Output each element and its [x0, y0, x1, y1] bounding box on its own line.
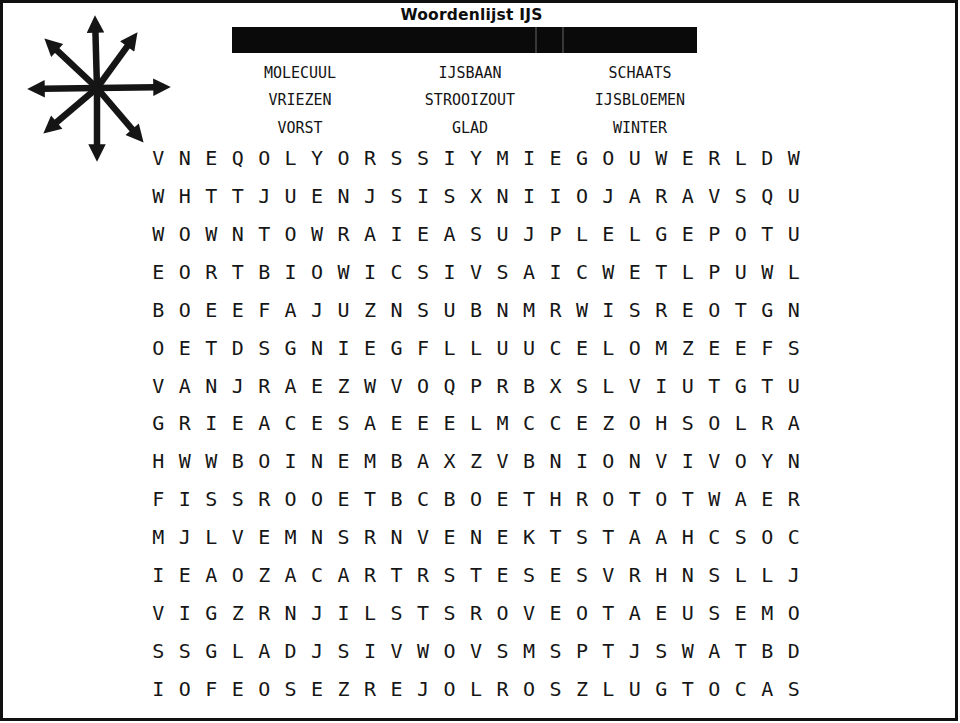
grid-cell: W [754, 253, 780, 291]
grid-cell: W [781, 139, 807, 177]
grid-cell: E [569, 329, 595, 367]
grid-cell: I [171, 594, 197, 632]
grid-cell: V [145, 594, 171, 632]
grid-cell: B [516, 442, 542, 480]
grid-cell: Q [436, 367, 462, 405]
grid-cell: N [781, 442, 807, 480]
grid-cell: R [489, 367, 515, 405]
grid-cell: O [436, 632, 462, 670]
grid-cell: A [648, 518, 674, 556]
grid-cell: T [648, 253, 674, 291]
grid-cell: O [251, 670, 277, 708]
grid-cell: H [542, 480, 568, 518]
grid-cell: S [330, 632, 356, 670]
grid-cell: E [224, 405, 250, 443]
grid-cell: W [357, 367, 383, 405]
grid-cell: C [781, 518, 807, 556]
grid-cell: O [569, 177, 595, 215]
grid-cell: W [410, 632, 436, 670]
grid-cell: N [463, 518, 489, 556]
grid-cell: V [701, 442, 727, 480]
grid-cell: G [728, 367, 754, 405]
grid-cell: V [595, 556, 621, 594]
grid-cell: E [171, 556, 197, 594]
grid-cell: R [489, 670, 515, 708]
grid-cell: R [622, 556, 648, 594]
grid-cell: S [383, 594, 409, 632]
grid-cell: L [463, 329, 489, 367]
grid-cell: S [569, 556, 595, 594]
grid-cell: I [410, 177, 436, 215]
grid-cell: R [648, 291, 674, 329]
grid-cell: E [330, 480, 356, 518]
grid-cell: J [304, 594, 330, 632]
grid-cell: R [357, 518, 383, 556]
grid-cell: J [304, 291, 330, 329]
grid-cell: R [754, 405, 780, 443]
grid-cell: U [675, 367, 701, 405]
grid-cell: E [251, 518, 277, 556]
grid-cell: C [410, 480, 436, 518]
grid-cell: E [728, 594, 754, 632]
grid-cell: R [781, 480, 807, 518]
grid-cell: S [569, 518, 595, 556]
grid-cell: Z [330, 367, 356, 405]
grid-cell: H [648, 556, 674, 594]
grid-cell: S [569, 367, 595, 405]
grid-cell: T [701, 367, 727, 405]
grid-cell: B [383, 442, 409, 480]
grid-cell: S [251, 329, 277, 367]
grid-cell: I [198, 405, 224, 443]
word-list-item: WINTER [555, 114, 725, 142]
grid-cell: N [304, 329, 330, 367]
word-list-item: STROOIZOUT [385, 87, 555, 115]
grid-cell: C [542, 329, 568, 367]
grid-cell: T [251, 215, 277, 253]
grid-cell: S [330, 518, 356, 556]
grid-cell: E [410, 405, 436, 443]
word-list-item: VRIEZEN [215, 87, 385, 115]
grid-cell: T [224, 253, 250, 291]
grid-cell: S [410, 253, 436, 291]
grid-cell: G [569, 139, 595, 177]
grid-cell: U [728, 253, 754, 291]
grid-cell: M [648, 329, 674, 367]
grid-cell: U [330, 291, 356, 329]
redacted-bar [232, 27, 697, 53]
grid-cell: R [357, 139, 383, 177]
grid-cell: U [489, 215, 515, 253]
grid-cell: M [516, 632, 542, 670]
grid-cell: A [516, 253, 542, 291]
grid-cell: G [145, 405, 171, 443]
grid-cell: R [357, 556, 383, 594]
grid-cell: W [198, 215, 224, 253]
grid-cell: N [304, 442, 330, 480]
grid-cell: I [330, 329, 356, 367]
grid-cell: E [198, 291, 224, 329]
grid-cell: G [754, 291, 780, 329]
grid-cell: S [277, 670, 303, 708]
grid-cell: K [516, 518, 542, 556]
grid-cell: S [781, 670, 807, 708]
grid-cell: V [516, 594, 542, 632]
grid-cell: A [436, 215, 462, 253]
grid-cell: J [781, 556, 807, 594]
grid-cell: N [224, 215, 250, 253]
redacted-bar-seam [562, 27, 564, 53]
grid-cell: Y [304, 139, 330, 177]
grid-cell: D [224, 329, 250, 367]
grid-cell: A [622, 518, 648, 556]
grid-cell: L [595, 367, 621, 405]
grid-cell: I [277, 442, 303, 480]
grid-cell: E [436, 518, 462, 556]
grid-cell: V [410, 518, 436, 556]
grid-cell: W [595, 253, 621, 291]
grid-cell: U [781, 215, 807, 253]
grid-cell: I [648, 367, 674, 405]
grid-cell: S [463, 215, 489, 253]
grid-cell: L [595, 329, 621, 367]
grid-cell: T [622, 480, 648, 518]
grid-cell: I [542, 253, 568, 291]
grid-cell: I [357, 632, 383, 670]
grid-cell: H [171, 177, 197, 215]
grid-cell: T [463, 556, 489, 594]
grid-cell: Y [754, 442, 780, 480]
grid-cell: T [224, 177, 250, 215]
grid-cell: O [622, 329, 648, 367]
grid-cell: E [675, 215, 701, 253]
grid-cell: F [198, 670, 224, 708]
grid-cell: G [277, 329, 303, 367]
grid-cell: A [781, 405, 807, 443]
grid-cell: T [357, 480, 383, 518]
grid-cell: O [304, 253, 330, 291]
grid-cell: U [516, 329, 542, 367]
grid-cell: O [224, 556, 250, 594]
grid-cell: A [622, 177, 648, 215]
grid-cell: R [251, 594, 277, 632]
grid-cell: H [648, 405, 674, 443]
grid-cell: E [304, 177, 330, 215]
grid-cell: E [304, 670, 330, 708]
grid-cell: H [145, 442, 171, 480]
grid-cell: I [436, 139, 462, 177]
grid-cell: L [675, 253, 701, 291]
grid-cell: I [277, 253, 303, 291]
grid-cell: R [410, 556, 436, 594]
grid-cell: Z [224, 594, 250, 632]
grid-cell: S [622, 291, 648, 329]
grid-cell: O [781, 594, 807, 632]
grid-cell: T [754, 367, 780, 405]
grid-cell: M [145, 518, 171, 556]
grid-cell: E [436, 405, 462, 443]
grid-cell: O [595, 139, 621, 177]
grid-cell: U [436, 291, 462, 329]
grid-cell: A [410, 442, 436, 480]
grid-cell: U [675, 594, 701, 632]
grid-cell: J [595, 177, 621, 215]
grid-cell: T [595, 594, 621, 632]
grid-cell: M [277, 518, 303, 556]
word-list-item: MOLECUUL [215, 59, 385, 87]
grid-cell: F [754, 329, 780, 367]
grid-cell: I [145, 556, 171, 594]
grid-cell: T [675, 480, 701, 518]
grid-cell: A [330, 556, 356, 594]
grid-cell: E [171, 329, 197, 367]
grid-cell: E [304, 367, 330, 405]
grid-cell: J [224, 367, 250, 405]
grid-cell: S [410, 139, 436, 177]
grid-cell: O [436, 670, 462, 708]
word-list: MOLECUUL IJSBAAN SCHAATS VRIEZEN STROOIZ… [215, 59, 725, 142]
grid-cell: E [383, 405, 409, 443]
grid-cell: B [251, 253, 277, 291]
grid-cell: L [463, 405, 489, 443]
grid-cell: V [383, 632, 409, 670]
grid-cell: Z [569, 670, 595, 708]
grid-cell: V [648, 442, 674, 480]
word-list-item: SCHAATS [555, 59, 725, 87]
grid-cell: N [489, 291, 515, 329]
word-list-item: GLAD [385, 114, 555, 142]
grid-cell: O [251, 139, 277, 177]
grid-cell: E [728, 329, 754, 367]
grid-cell: L [728, 556, 754, 594]
grid-cell: O [489, 594, 515, 632]
grid-cell: R [463, 594, 489, 632]
grid-cell: N [383, 291, 409, 329]
grid-cell: V [489, 442, 515, 480]
grid-cell: P [542, 215, 568, 253]
page-title: Woordenlijst IJS [239, 6, 704, 24]
grid-cell: T [516, 480, 542, 518]
word-list-item: IJSBAAN [385, 59, 555, 87]
grid-cell: M [489, 139, 515, 177]
grid-cell: L [728, 139, 754, 177]
grid-cell: L [622, 215, 648, 253]
grid-cell: M [357, 442, 383, 480]
grid-cell: S [701, 556, 727, 594]
grid-cell: T [595, 518, 621, 556]
grid-cell: W [648, 139, 674, 177]
grid-cell: O [701, 405, 727, 443]
grid-cell: E [145, 253, 171, 291]
grid-cell: S [542, 670, 568, 708]
word-list-item: VORST [215, 114, 385, 142]
grid-cell: S [436, 177, 462, 215]
grid-cell: G [198, 594, 224, 632]
grid-cell: B [463, 291, 489, 329]
grid-cell: O [171, 253, 197, 291]
grid-cell: U [781, 177, 807, 215]
grid-cell: I [569, 442, 595, 480]
grid-cell: R [701, 139, 727, 177]
grid-cell: V [145, 367, 171, 405]
grid-cell: M [489, 405, 515, 443]
grid-cell: V [224, 518, 250, 556]
grid-cell: R [542, 291, 568, 329]
grid-cell: V [701, 177, 727, 215]
grid-cell: I [145, 670, 171, 708]
grid-cell: J [516, 215, 542, 253]
grid-cell: E [489, 518, 515, 556]
grid-cell: A [728, 480, 754, 518]
grid-cell: W [701, 480, 727, 518]
grid-cell: T [728, 632, 754, 670]
grid-cell: E [542, 139, 568, 177]
grid-cell: R [171, 405, 197, 443]
grid-cell: S [224, 480, 250, 518]
grid-cell: W [145, 177, 171, 215]
grid-cell: E [410, 215, 436, 253]
grid-cell: T [675, 670, 701, 708]
grid-cell: S [648, 632, 674, 670]
grid-cell: S [145, 632, 171, 670]
grid-cell: Q [224, 139, 250, 177]
grid-cell: A [251, 405, 277, 443]
grid-cell: O [595, 480, 621, 518]
grid-cell: E [648, 594, 674, 632]
grid-cell: E [675, 139, 701, 177]
grid-cell: A [754, 670, 780, 708]
grid-cell: Z [251, 556, 277, 594]
grid-cell: H [675, 518, 701, 556]
grid-cell: J [410, 670, 436, 708]
grid-cell: P [569, 632, 595, 670]
grid-cell: N [171, 139, 197, 177]
grid-cell: N [277, 594, 303, 632]
grid-cell: E [622, 253, 648, 291]
grid-cell: S [489, 632, 515, 670]
grid-cell: E [198, 139, 224, 177]
grid-cell: E [542, 556, 568, 594]
grid-cell: L [754, 556, 780, 594]
grid-cell: O [595, 442, 621, 480]
grid-cell: J [304, 632, 330, 670]
grid-cell: T [595, 632, 621, 670]
grid-cell: S [171, 632, 197, 670]
grid-cell: A [277, 556, 303, 594]
grid-cell: S [489, 253, 515, 291]
grid-cell: C [516, 405, 542, 443]
grid-cell: S [436, 594, 462, 632]
grid-cell: L [436, 329, 462, 367]
grid-cell: E [304, 405, 330, 443]
grid-cell: T [198, 177, 224, 215]
grid-cell: S [781, 329, 807, 367]
grid-cell: L [198, 518, 224, 556]
grid-cell: T [542, 518, 568, 556]
grid-cell: N [383, 518, 409, 556]
grid-cell: E [224, 670, 250, 708]
grid-cell: T [754, 215, 780, 253]
grid-cell: O [701, 291, 727, 329]
grid-cell: L [569, 215, 595, 253]
grid-cell: N [489, 177, 515, 215]
grid-cell: W [145, 215, 171, 253]
grid-cell: O [171, 670, 197, 708]
grid-cell: N [198, 367, 224, 405]
grid-cell: R [198, 253, 224, 291]
grid-cell: I [330, 594, 356, 632]
grid-cell: V [463, 632, 489, 670]
grid-cell: V [463, 253, 489, 291]
grid-cell: O [145, 329, 171, 367]
grid-cell: C [383, 253, 409, 291]
grid-cell: S [330, 405, 356, 443]
grid-cell: G [648, 670, 674, 708]
grid-cell: O [648, 480, 674, 518]
grid-cell: N [330, 177, 356, 215]
grid-cell: L [277, 139, 303, 177]
grid-cell: Z [595, 405, 621, 443]
grid-cell: W [171, 442, 197, 480]
grid-cell: J [251, 177, 277, 215]
grid-cell: F [145, 480, 171, 518]
grid-cell: S [728, 518, 754, 556]
grid-cell: O [728, 442, 754, 480]
grid-cell: M [516, 291, 542, 329]
grid-cell: Y [463, 139, 489, 177]
grid-cell: R [251, 367, 277, 405]
grid-cell: S [410, 291, 436, 329]
grid-cell: D [781, 632, 807, 670]
grid-cell: E [224, 291, 250, 329]
grid-cell: W [304, 215, 330, 253]
redacted-bar-seam [535, 27, 537, 53]
grid-cell: N [675, 556, 701, 594]
grid-cell: Z [463, 442, 489, 480]
grid-cell: S [383, 139, 409, 177]
grid-cell: E [701, 329, 727, 367]
grid-cell: E [569, 405, 595, 443]
grid-cell: D [277, 632, 303, 670]
grid-cell: W [330, 253, 356, 291]
grid-cell: O [251, 442, 277, 480]
grid-cell: O [277, 215, 303, 253]
grid-cell: S [675, 405, 701, 443]
grid-cell: O [622, 405, 648, 443]
grid-cell: R [251, 480, 277, 518]
grid-cell: V [383, 367, 409, 405]
grid-cell: B [516, 367, 542, 405]
grid-cell: U [489, 329, 515, 367]
grid-cell: I [516, 139, 542, 177]
grid-cell: E [330, 442, 356, 480]
grid-cell: L [595, 670, 621, 708]
grid-cell: I [357, 253, 383, 291]
grid-cell: E [489, 556, 515, 594]
grid-cell: E [542, 594, 568, 632]
grid-cell: I [595, 291, 621, 329]
grid-cell: O [171, 215, 197, 253]
grid-cell: R [648, 177, 674, 215]
grid-cell: X [436, 442, 462, 480]
grid-cell: O [463, 480, 489, 518]
grid-cell: U [277, 177, 303, 215]
grid-cell: S [728, 177, 754, 215]
grid-cell: V [622, 367, 648, 405]
grid-cell: E [754, 480, 780, 518]
grid-cell: B [383, 480, 409, 518]
worksheet-page: Woordenlijst IJS MOLECUUL IJSBAAN SCHAAT… [0, 0, 960, 723]
